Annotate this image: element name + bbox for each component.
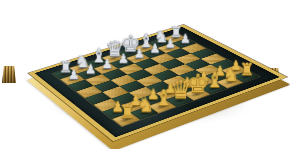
piece-silver-pawn: ♟: [101, 57, 112, 70]
piece-silver-pawn: ♟: [67, 68, 79, 81]
scene: ♜♞♝♛♚♝♞♜♟♟♟♟♟♟♟♟♟♟♟♟♟♟♟♟♜♞♝♛♚♝♞♜: [0, 0, 290, 149]
piece-gold-knight: ♞: [136, 95, 154, 115]
piece-silver-pawn: ♟: [149, 42, 160, 54]
chess-board: ♜♞♝♛♚♝♞♜♟♟♟♟♟♟♟♟♟♟♟♟♟♟♟♟♜♞♝♛♚♝♞♜: [28, 24, 287, 141]
piece-silver-pawn: ♟: [84, 63, 95, 76]
piece-silver-pawn: ♟: [133, 47, 144, 59]
board-face: ♜♞♝♛♚♝♞♜♟♟♟♟♟♟♟♟♟♟♟♟♟♟♟♟♜♞♝♛♚♝♞♜: [28, 24, 287, 141]
piece-silver-pawn: ♟: [117, 52, 128, 65]
piece-gold-rook: ♜: [119, 103, 135, 121]
squares-grid: ♜♞♝♛♚♝♞♜♟♟♟♟♟♟♟♟♟♟♟♟♟♟♟♟♜♞♝♛♚♝♞♜: [53, 34, 260, 127]
piece-gold-rook: ♜: [239, 62, 254, 78]
piece-silver-pawn: ♟: [164, 37, 175, 49]
piece-gold-bishop: ♝: [153, 87, 172, 109]
chess-set-photo: ♜♞♝♛♚♝♞♜♟♟♟♟♟♟♟♟♟♟♟♟♟♟♟♟♜♞♝♛♚♝♞♜: [0, 0, 290, 149]
piece-gold-knight: ♞: [222, 65, 239, 84]
piece-silver-pawn: ♟: [179, 32, 190, 44]
